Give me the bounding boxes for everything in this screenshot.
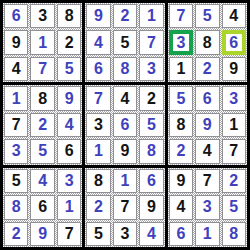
cell-r1c6[interactable]: 1 xyxy=(139,4,163,28)
box-2-2: 742365198 xyxy=(85,85,164,164)
cell-r8c7[interactable]: 4 xyxy=(169,195,193,219)
box-3-2: 816279534 xyxy=(85,168,164,247)
cell-r4c4[interactable]: 7 xyxy=(86,86,110,110)
cell-r6c3[interactable]: 6 xyxy=(57,139,81,163)
cell-r3c3[interactable]: 5 xyxy=(57,57,81,81)
cell-r8c4[interactable]: 2 xyxy=(86,195,110,219)
cell-r9c4[interactable]: 5 xyxy=(86,222,110,246)
cell-r7c3[interactable]: 3 xyxy=(57,169,81,193)
cell-r8c8[interactable]: 3 xyxy=(195,195,219,219)
cell-r7c1[interactable]: 5 xyxy=(4,169,28,193)
cell-r1c5[interactable]: 2 xyxy=(113,4,137,28)
cell-r5c5[interactable]: 6 xyxy=(113,113,137,137)
cell-r8c2[interactable]: 6 xyxy=(30,195,54,219)
cell-r7c9[interactable]: 2 xyxy=(222,169,246,193)
cell-r3c8[interactable]: 2 xyxy=(195,57,219,81)
sudoku-board: 6389124759214576837543861291897243567423… xyxy=(0,0,250,250)
cell-r8c9[interactable]: 5 xyxy=(222,195,246,219)
cell-r5c1[interactable]: 7 xyxy=(4,113,28,137)
cell-r3c9[interactable]: 9 xyxy=(222,57,246,81)
cell-r2c4[interactable]: 4 xyxy=(86,30,110,54)
cell-r6c7[interactable]: 2 xyxy=(169,139,193,163)
cell-r3c7[interactable]: 1 xyxy=(169,57,193,81)
cell-r7c5[interactable]: 1 xyxy=(113,169,137,193)
cell-r9c2[interactable]: 9 xyxy=(30,222,54,246)
cell-r5c6[interactable]: 5 xyxy=(139,113,163,137)
cell-r8c3[interactable]: 1 xyxy=(57,195,81,219)
cell-r2c1[interactable]: 9 xyxy=(4,30,28,54)
cell-r2c9-highlighted-lime[interactable]: 6 xyxy=(222,30,246,54)
cell-r7c2[interactable]: 4 xyxy=(30,169,54,193)
cell-r2c6[interactable]: 7 xyxy=(139,30,163,54)
cell-r5c3[interactable]: 4 xyxy=(57,113,81,137)
cell-r7c6[interactable]: 6 xyxy=(139,169,163,193)
cell-r4c6[interactable]: 2 xyxy=(139,86,163,110)
cell-r5c7[interactable]: 8 xyxy=(169,113,193,137)
cell-r6c8[interactable]: 4 xyxy=(195,139,219,163)
cell-r9c6[interactable]: 4 xyxy=(139,222,163,246)
cell-r1c7[interactable]: 7 xyxy=(169,4,193,28)
cell-r3c5[interactable]: 8 xyxy=(113,57,137,81)
cell-r6c2[interactable]: 5 xyxy=(30,139,54,163)
cell-r1c1[interactable]: 6 xyxy=(4,4,28,28)
cell-r5c9[interactable]: 1 xyxy=(222,113,246,137)
cell-r1c8[interactable]: 5 xyxy=(195,4,219,28)
cell-r7c4[interactable]: 8 xyxy=(86,169,110,193)
cell-r4c2[interactable]: 8 xyxy=(30,86,54,110)
box-3-3: 972435618 xyxy=(168,168,247,247)
cell-r4c7[interactable]: 5 xyxy=(169,86,193,110)
box-1-2: 921457683 xyxy=(85,3,164,82)
cell-r5c8[interactable]: 9 xyxy=(195,113,219,137)
box-2-3: 563891247 xyxy=(168,85,247,164)
cell-r2c2[interactable]: 1 xyxy=(30,30,54,54)
cell-r3c6[interactable]: 3 xyxy=(139,57,163,81)
box-1-1: 638912475 xyxy=(3,3,82,82)
cell-r9c1[interactable]: 2 xyxy=(4,222,28,246)
cell-r1c4[interactable]: 9 xyxy=(86,4,110,28)
cell-r8c5[interactable]: 7 xyxy=(113,195,137,219)
cell-r2c7-highlighted-green[interactable]: 3 xyxy=(169,30,193,54)
cell-r2c8[interactable]: 8 xyxy=(195,30,219,54)
cell-r1c2[interactable]: 3 xyxy=(30,4,54,28)
cell-r8c6[interactable]: 9 xyxy=(139,195,163,219)
cell-r1c9[interactable]: 4 xyxy=(222,4,246,28)
cell-r7c7[interactable]: 9 xyxy=(169,169,193,193)
cell-r4c3[interactable]: 9 xyxy=(57,86,81,110)
cell-r6c6[interactable]: 8 xyxy=(139,139,163,163)
cell-r9c8[interactable]: 1 xyxy=(195,222,219,246)
box-1-3: 754386129 xyxy=(168,3,247,82)
cell-r2c5[interactable]: 5 xyxy=(113,30,137,54)
cell-r4c1[interactable]: 1 xyxy=(4,86,28,110)
cell-r3c4[interactable]: 6 xyxy=(86,57,110,81)
cell-r9c3[interactable]: 7 xyxy=(57,222,81,246)
cell-r6c5[interactable]: 9 xyxy=(113,139,137,163)
cell-r9c5[interactable]: 3 xyxy=(113,222,137,246)
cell-r5c4[interactable]: 3 xyxy=(86,113,110,137)
cell-r7c8[interactable]: 7 xyxy=(195,169,219,193)
cell-r6c1[interactable]: 3 xyxy=(4,139,28,163)
cell-r4c8[interactable]: 6 xyxy=(195,86,219,110)
cell-r3c1[interactable]: 4 xyxy=(4,57,28,81)
box-2-1: 189724356 xyxy=(3,85,82,164)
cell-r4c9[interactable]: 3 xyxy=(222,86,246,110)
cell-r6c4[interactable]: 1 xyxy=(86,139,110,163)
cell-r6c9[interactable]: 7 xyxy=(222,139,246,163)
cell-r1c3[interactable]: 8 xyxy=(57,4,81,28)
cell-r9c7[interactable]: 6 xyxy=(169,222,193,246)
box-3-1: 543861297 xyxy=(3,168,82,247)
cell-r4c5[interactable]: 4 xyxy=(113,86,137,110)
cell-r2c3[interactable]: 2 xyxy=(57,30,81,54)
cell-r9c9[interactable]: 8 xyxy=(222,222,246,246)
cell-r8c1[interactable]: 8 xyxy=(4,195,28,219)
cell-r3c2[interactable]: 7 xyxy=(30,57,54,81)
cell-r5c2[interactable]: 2 xyxy=(30,113,54,137)
